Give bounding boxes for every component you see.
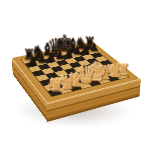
square-c2 xyxy=(63,79,77,86)
chess-set: ♜♞♝♛♚♝♞♜♟♟♟♟♟♟♟♟♟♟♟♟♟♟♟♟♜♞♝♛♚♝♞♜ xyxy=(12,41,140,103)
square-e2 xyxy=(82,75,96,82)
chess-set-product-photo[interactable]: ♜♞♝♛♚♝♞♜♟♟♟♟♟♟♟♟♟♟♟♟♟♟♟♟♜♞♝♛♚♝♞♜ xyxy=(0,0,150,150)
square-h2 xyxy=(109,68,123,74)
scene: ♜♞♝♛♚♝♞♜♟♟♟♟♟♟♟♟♟♟♟♟♟♟♟♟♜♞♝♛♚♝♞♜ xyxy=(0,0,150,150)
square-g1 xyxy=(105,75,119,82)
square-f3 xyxy=(86,68,100,74)
square-e1 xyxy=(87,79,101,86)
square-h3 xyxy=(104,64,118,70)
square-c3 xyxy=(59,74,73,81)
square-d4 xyxy=(64,68,78,74)
brass-hinge-icon xyxy=(32,92,34,97)
square-a5 xyxy=(32,70,45,77)
square-a2 xyxy=(43,84,57,91)
square-f2 xyxy=(91,72,105,79)
square-c1 xyxy=(68,84,83,91)
square-g2 xyxy=(100,70,114,77)
square-a1 xyxy=(48,89,63,97)
square-h1 xyxy=(114,73,128,80)
square-a3 xyxy=(39,79,53,86)
square-d3 xyxy=(68,72,82,79)
square-e3 xyxy=(77,70,91,77)
square-b3 xyxy=(49,77,63,84)
square-a4 xyxy=(36,74,50,81)
square-b2 xyxy=(53,81,67,88)
square-b1 xyxy=(58,86,73,94)
square-b5 xyxy=(41,68,54,74)
square-b4 xyxy=(45,72,59,79)
brass-hinge-icon xyxy=(21,77,23,81)
square-f1 xyxy=(96,77,110,84)
square-d1 xyxy=(77,81,91,88)
square-d2 xyxy=(73,77,87,84)
square-c4 xyxy=(55,70,69,77)
